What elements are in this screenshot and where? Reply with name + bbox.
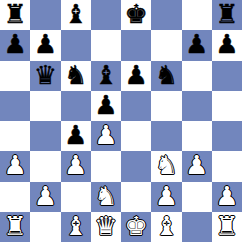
square-b3[interactable] xyxy=(30,151,60,181)
square-f6[interactable]: ♞ xyxy=(151,61,181,91)
square-f2[interactable]: ♟ xyxy=(151,182,181,212)
square-b6[interactable]: ♛ xyxy=(30,61,60,91)
square-c8[interactable]: ♝ xyxy=(61,0,91,30)
square-d1[interactable]: ♛ xyxy=(91,212,121,242)
square-c1[interactable]: ♝ xyxy=(61,212,91,242)
square-g4[interactable] xyxy=(182,121,212,151)
white-bishop[interactable]: ♝ xyxy=(64,213,87,239)
square-g7[interactable]: ♟ xyxy=(182,30,212,60)
chess-board: ♜♝♚♜♟♟♟♟♛♞♝♟♞♟♟♟♟♟♞♟♟♞♟♟♜♝♛♚♝♜ xyxy=(0,0,242,242)
square-f1[interactable]: ♝ xyxy=(151,212,181,242)
square-g6[interactable] xyxy=(182,61,212,91)
black-knight[interactable]: ♞ xyxy=(155,62,178,88)
square-b7[interactable]: ♟ xyxy=(30,30,60,60)
square-b1[interactable] xyxy=(30,212,60,242)
square-a5[interactable] xyxy=(0,91,30,121)
square-f7[interactable] xyxy=(151,30,181,60)
square-d6[interactable]: ♝ xyxy=(91,61,121,91)
square-f8[interactable] xyxy=(151,0,181,30)
square-e2[interactable] xyxy=(121,182,151,212)
square-a6[interactable] xyxy=(0,61,30,91)
square-h3[interactable] xyxy=(212,151,242,181)
square-e3[interactable] xyxy=(121,151,151,181)
square-g3[interactable]: ♟ xyxy=(182,151,212,181)
black-pawn[interactable]: ♟ xyxy=(124,62,147,88)
black-bishop[interactable]: ♝ xyxy=(94,62,117,88)
square-c3[interactable]: ♟ xyxy=(61,151,91,181)
square-c2[interactable] xyxy=(61,182,91,212)
square-g1[interactable] xyxy=(182,212,212,242)
square-c4[interactable]: ♟ xyxy=(61,121,91,151)
square-h7[interactable]: ♟ xyxy=(212,30,242,60)
square-e1[interactable]: ♚ xyxy=(121,212,151,242)
square-h4[interactable] xyxy=(212,121,242,151)
white-pawn[interactable]: ♟ xyxy=(94,122,117,148)
square-g5[interactable] xyxy=(182,91,212,121)
square-d4[interactable]: ♟ xyxy=(91,121,121,151)
square-f5[interactable] xyxy=(151,91,181,121)
square-c6[interactable]: ♞ xyxy=(61,61,91,91)
white-knight[interactable]: ♞ xyxy=(94,183,117,209)
white-pawn[interactable]: ♟ xyxy=(3,152,26,178)
square-h8[interactable]: ♜ xyxy=(212,0,242,30)
black-pawn[interactable]: ♟ xyxy=(185,31,208,57)
square-g2[interactable] xyxy=(182,182,212,212)
square-g8[interactable] xyxy=(182,0,212,30)
black-bishop[interactable]: ♝ xyxy=(64,1,87,27)
square-b8[interactable] xyxy=(30,0,60,30)
white-rook[interactable]: ♜ xyxy=(3,213,26,239)
black-king[interactable]: ♚ xyxy=(124,1,147,27)
black-rook[interactable]: ♜ xyxy=(3,1,26,27)
square-e5[interactable] xyxy=(121,91,151,121)
square-e8[interactable]: ♚ xyxy=(121,0,151,30)
black-rook[interactable]: ♜ xyxy=(215,1,238,27)
square-b5[interactable] xyxy=(30,91,60,121)
white-king[interactable]: ♚ xyxy=(124,213,147,239)
black-knight[interactable]: ♞ xyxy=(64,62,87,88)
square-h5[interactable] xyxy=(212,91,242,121)
white-knight[interactable]: ♞ xyxy=(155,152,178,178)
white-bishop[interactable]: ♝ xyxy=(155,213,178,239)
square-d7[interactable] xyxy=(91,30,121,60)
square-f3[interactable]: ♞ xyxy=(151,151,181,181)
square-d8[interactable] xyxy=(91,0,121,30)
square-a3[interactable]: ♟ xyxy=(0,151,30,181)
square-c7[interactable] xyxy=(61,30,91,60)
square-a8[interactable]: ♜ xyxy=(0,0,30,30)
white-pawn[interactable]: ♟ xyxy=(34,183,57,209)
square-b2[interactable]: ♟ xyxy=(30,182,60,212)
square-f4[interactable] xyxy=(151,121,181,151)
white-rook[interactable]: ♜ xyxy=(215,213,238,239)
square-d2[interactable]: ♞ xyxy=(91,182,121,212)
white-queen[interactable]: ♛ xyxy=(94,213,117,239)
black-pawn[interactable]: ♟ xyxy=(34,31,57,57)
white-pawn[interactable]: ♟ xyxy=(185,152,208,178)
square-a4[interactable] xyxy=(0,121,30,151)
square-e6[interactable]: ♟ xyxy=(121,61,151,91)
square-a7[interactable]: ♟ xyxy=(0,30,30,60)
square-e7[interactable] xyxy=(121,30,151,60)
square-b4[interactable] xyxy=(30,121,60,151)
black-pawn[interactable]: ♟ xyxy=(64,122,87,148)
square-h1[interactable]: ♜ xyxy=(212,212,242,242)
square-d5[interactable]: ♟ xyxy=(91,91,121,121)
black-pawn[interactable]: ♟ xyxy=(3,31,26,57)
white-pawn[interactable]: ♟ xyxy=(215,183,238,209)
square-a2[interactable] xyxy=(0,182,30,212)
black-pawn[interactable]: ♟ xyxy=(94,92,117,118)
white-pawn[interactable]: ♟ xyxy=(155,183,178,209)
black-queen[interactable]: ♛ xyxy=(34,62,57,88)
square-h6[interactable] xyxy=(212,61,242,91)
black-pawn[interactable]: ♟ xyxy=(215,31,238,57)
square-h2[interactable]: ♟ xyxy=(212,182,242,212)
square-c5[interactable] xyxy=(61,91,91,121)
white-pawn[interactable]: ♟ xyxy=(64,152,87,178)
square-a1[interactable]: ♜ xyxy=(0,212,30,242)
square-d3[interactable] xyxy=(91,151,121,181)
square-e4[interactable] xyxy=(121,121,151,151)
